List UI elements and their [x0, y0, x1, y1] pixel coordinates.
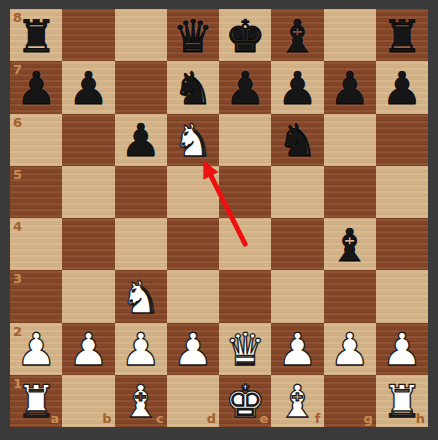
piece-black-pawn[interactable]: ♟: [120, 118, 160, 163]
square-g8[interactable]: [324, 9, 376, 61]
piece-black-king[interactable]: ♚: [225, 14, 265, 59]
square-a4[interactable]: 4: [10, 218, 62, 270]
piece-black-knight[interactable]: ♞: [277, 118, 317, 163]
square-d5[interactable]: [167, 166, 219, 218]
square-d6[interactable]: ♞: [167, 114, 219, 166]
piece-white-pawn[interactable]: ♟: [68, 327, 108, 372]
piece-black-rook[interactable]: ♜: [16, 14, 56, 59]
square-e6[interactable]: [219, 114, 271, 166]
square-b3[interactable]: [62, 270, 114, 322]
piece-white-pawn[interactable]: ♟: [382, 327, 422, 372]
square-g5[interactable]: [324, 166, 376, 218]
rank-label-4: 4: [13, 220, 22, 233]
square-g4[interactable]: ♝: [324, 218, 376, 270]
square-c2[interactable]: ♟: [115, 323, 167, 375]
piece-white-bishop[interactable]: ♝: [120, 379, 160, 424]
square-f8[interactable]: ♝: [271, 9, 323, 61]
square-b8[interactable]: [62, 9, 114, 61]
piece-black-pawn[interactable]: ♟: [382, 66, 422, 111]
square-b4[interactable]: [62, 218, 114, 270]
square-h5[interactable]: [376, 166, 428, 218]
square-h6[interactable]: [376, 114, 428, 166]
square-h4[interactable]: [376, 218, 428, 270]
square-h7[interactable]: ♟: [376, 61, 428, 113]
piece-white-queen[interactable]: ♛: [225, 327, 265, 372]
piece-black-pawn[interactable]: ♟: [68, 66, 108, 111]
square-b2[interactable]: ♟: [62, 323, 114, 375]
square-c8[interactable]: [115, 9, 167, 61]
square-d7[interactable]: ♞: [167, 61, 219, 113]
piece-black-knight[interactable]: ♞: [173, 66, 213, 111]
square-h2[interactable]: ♟: [376, 323, 428, 375]
file-label-g: g: [363, 412, 372, 425]
square-f7[interactable]: ♟: [271, 61, 323, 113]
square-a1[interactable]: 1a♜: [10, 375, 62, 427]
square-c1[interactable]: c♝: [115, 375, 167, 427]
square-b7[interactable]: ♟: [62, 61, 114, 113]
square-e7[interactable]: ♟: [219, 61, 271, 113]
piece-white-knight[interactable]: ♞: [120, 275, 160, 320]
square-a7[interactable]: 7♟: [10, 61, 62, 113]
square-e3[interactable]: [219, 270, 271, 322]
square-e5[interactable]: [219, 166, 271, 218]
square-g6[interactable]: [324, 114, 376, 166]
square-f3[interactable]: [271, 270, 323, 322]
square-f1[interactable]: f♝: [271, 375, 323, 427]
square-a3[interactable]: 3: [10, 270, 62, 322]
file-label-b: b: [102, 412, 111, 425]
chessboard-frame: 8♜♛♚♝♜7♟♟♞♟♟♟♟6♟♞♞54♝3♞2♟♟♟♟♛♟♟♟1a♜bc♝de…: [0, 0, 438, 440]
square-b1[interactable]: b: [62, 375, 114, 427]
square-d1[interactable]: d: [167, 375, 219, 427]
file-label-d: d: [207, 412, 216, 425]
square-g1[interactable]: g: [324, 375, 376, 427]
square-g3[interactable]: [324, 270, 376, 322]
piece-black-pawn[interactable]: ♟: [277, 66, 317, 111]
piece-black-rook[interactable]: ♜: [382, 14, 422, 59]
square-e1[interactable]: e♚: [219, 375, 271, 427]
square-h1[interactable]: h♜: [376, 375, 428, 427]
piece-white-knight[interactable]: ♞: [173, 118, 213, 163]
piece-black-pawn[interactable]: ♟: [16, 66, 56, 111]
piece-white-pawn[interactable]: ♟: [120, 327, 160, 372]
rank-label-6: 6: [13, 116, 22, 129]
square-f5[interactable]: [271, 166, 323, 218]
square-a2[interactable]: 2♟: [10, 323, 62, 375]
square-h8[interactable]: ♜: [376, 9, 428, 61]
square-g7[interactable]: ♟: [324, 61, 376, 113]
piece-black-pawn[interactable]: ♟: [329, 66, 369, 111]
piece-black-bishop[interactable]: ♝: [277, 14, 317, 59]
square-c7[interactable]: [115, 61, 167, 113]
square-g2[interactable]: ♟: [324, 323, 376, 375]
square-f4[interactable]: [271, 218, 323, 270]
chessboard[interactable]: 8♜♛♚♝♜7♟♟♞♟♟♟♟6♟♞♞54♝3♞2♟♟♟♟♛♟♟♟1a♜bc♝de…: [10, 9, 428, 427]
square-c3[interactable]: ♞: [115, 270, 167, 322]
board-area: 8♜♛♚♝♜7♟♟♞♟♟♟♟6♟♞♞54♝3♞2♟♟♟♟♛♟♟♟1a♜bc♝de…: [10, 9, 428, 427]
square-d4[interactable]: [167, 218, 219, 270]
piece-white-king[interactable]: ♚: [225, 379, 265, 424]
rank-label-3: 3: [13, 272, 22, 285]
piece-white-rook[interactable]: ♜: [16, 379, 56, 424]
square-f6[interactable]: ♞: [271, 114, 323, 166]
piece-black-bishop[interactable]: ♝: [329, 223, 369, 268]
square-a6[interactable]: 6: [10, 114, 62, 166]
square-b5[interactable]: [62, 166, 114, 218]
piece-white-bishop[interactable]: ♝: [277, 379, 317, 424]
square-a8[interactable]: 8♜: [10, 9, 62, 61]
piece-white-pawn[interactable]: ♟: [173, 327, 213, 372]
square-c4[interactable]: [115, 218, 167, 270]
square-h3[interactable]: [376, 270, 428, 322]
square-e4[interactable]: [219, 218, 271, 270]
square-d3[interactable]: [167, 270, 219, 322]
square-e8[interactable]: ♚: [219, 9, 271, 61]
piece-white-pawn[interactable]: ♟: [16, 327, 56, 372]
square-d2[interactable]: ♟: [167, 323, 219, 375]
piece-black-pawn[interactable]: ♟: [225, 66, 265, 111]
piece-white-pawn[interactable]: ♟: [277, 327, 317, 372]
rank-label-5: 5: [13, 168, 22, 181]
square-c5[interactable]: [115, 166, 167, 218]
square-c6[interactable]: ♟: [115, 114, 167, 166]
square-d8[interactable]: ♛: [167, 9, 219, 61]
piece-white-pawn[interactable]: ♟: [329, 327, 369, 372]
square-e2[interactable]: ♛: [219, 323, 271, 375]
square-f2[interactable]: ♟: [271, 323, 323, 375]
piece-black-queen[interactable]: ♛: [173, 14, 213, 59]
piece-white-rook[interactable]: ♜: [382, 379, 422, 424]
square-b6[interactable]: [62, 114, 114, 166]
square-a5[interactable]: 5: [10, 166, 62, 218]
